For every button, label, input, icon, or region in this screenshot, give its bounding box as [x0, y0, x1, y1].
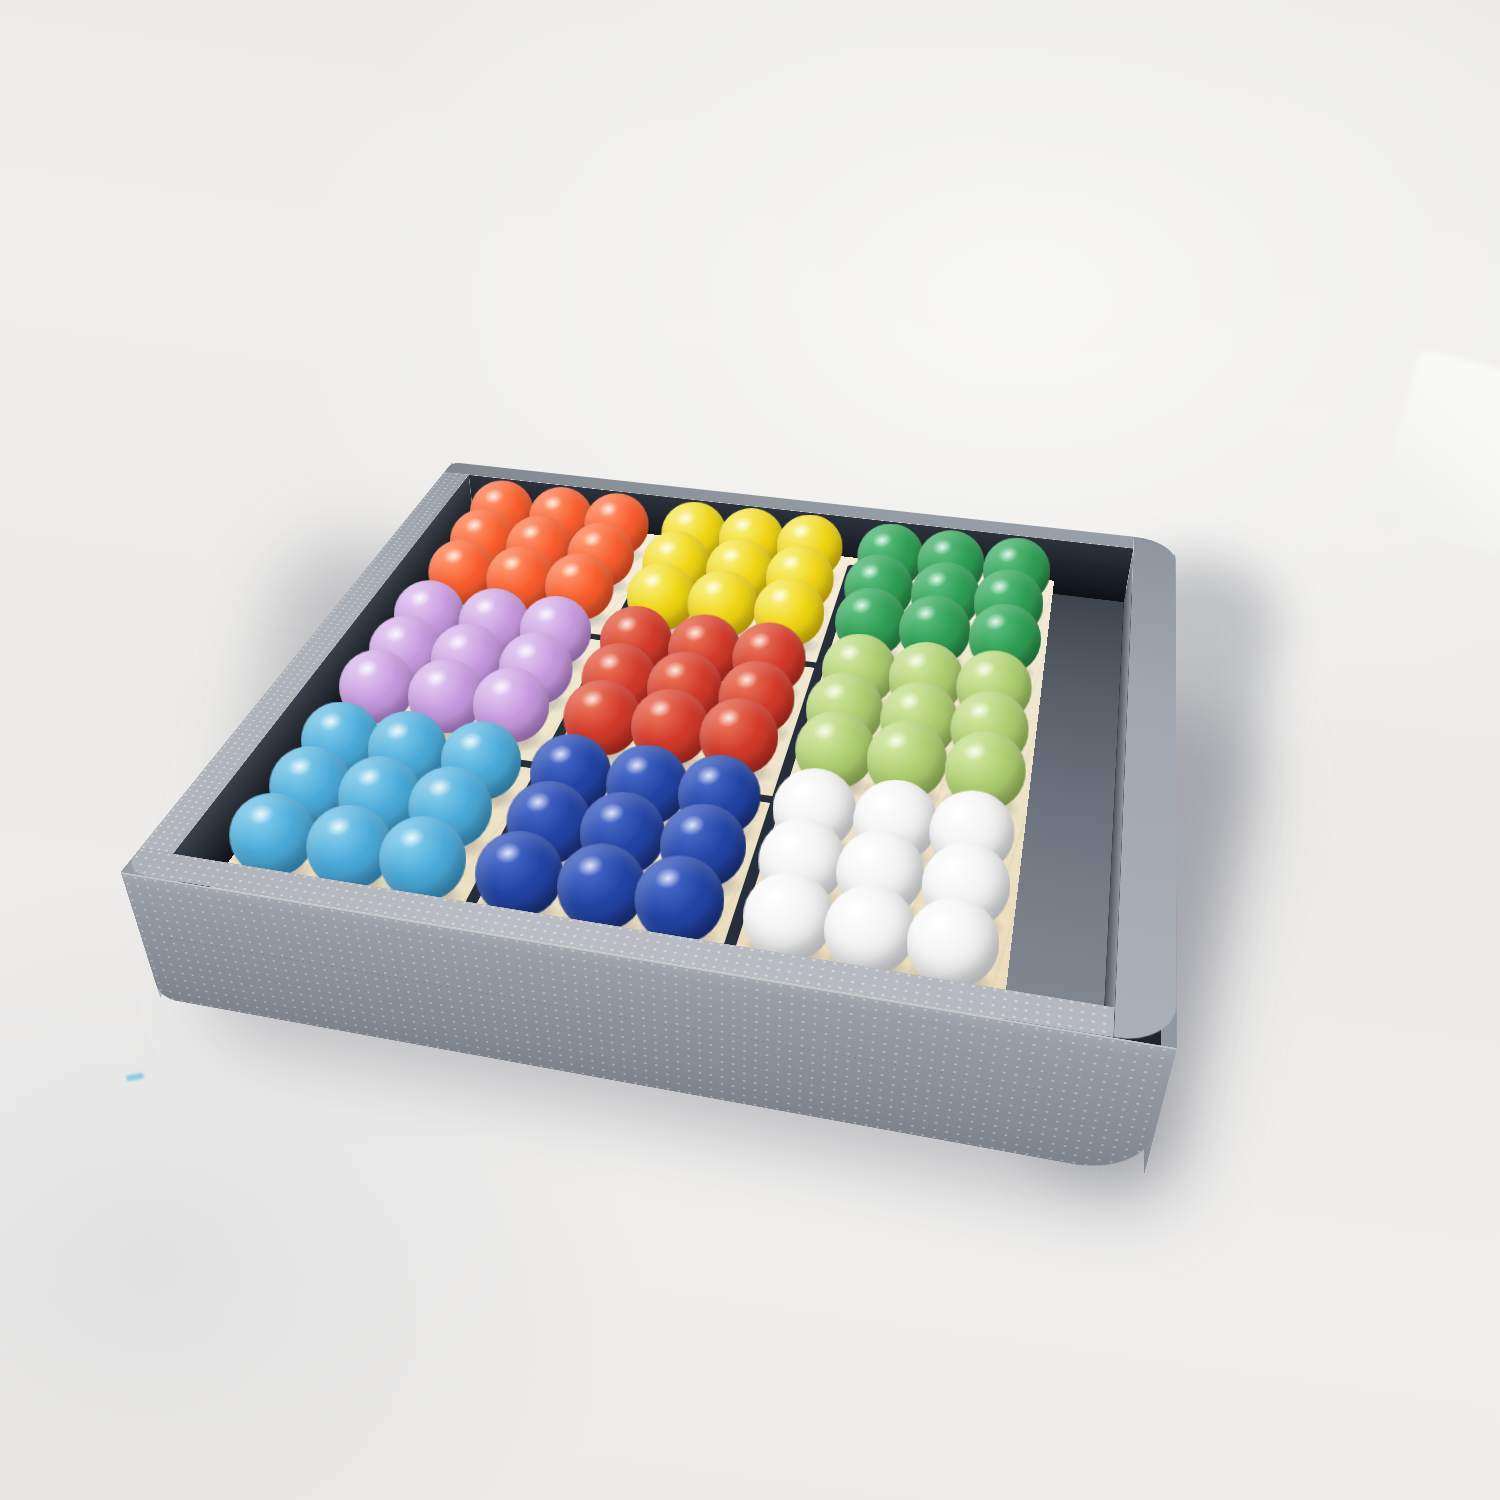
background-white-object — [1376, 349, 1500, 555]
table-speck — [126, 1072, 145, 1081]
photo-background — [0, 0, 1500, 1500]
